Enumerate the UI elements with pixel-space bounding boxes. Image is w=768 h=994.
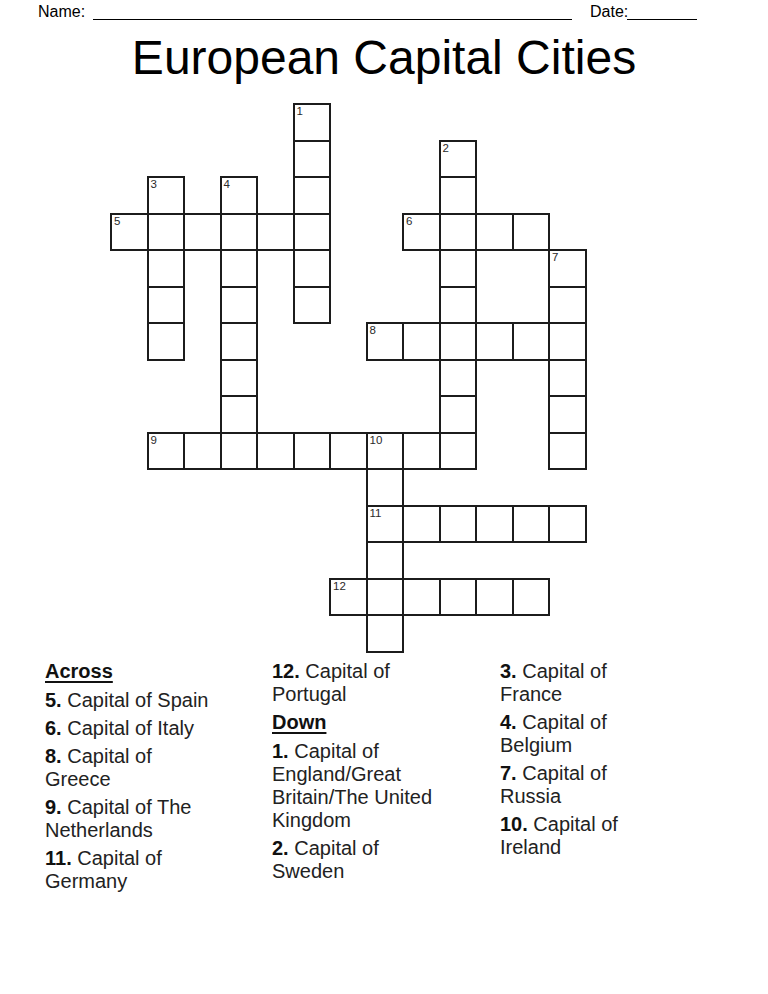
grid-cell-r5-c9[interactable] — [439, 286, 478, 325]
clue-number: 10. — [500, 813, 528, 835]
grid-cell-r3-c11[interactable] — [512, 213, 551, 252]
grid-cell-r11-c7[interactable]: 11 — [366, 505, 405, 544]
grid-cell-r7-c9[interactable] — [439, 359, 478, 398]
clue-2: 2. Capital of Sweden — [272, 837, 436, 883]
grid-cell-r2-c3[interactable]: 4 — [220, 176, 259, 215]
grid-cell-r6-c7[interactable]: 8 — [366, 322, 405, 361]
clue-6: 6. Capital of Italy — [45, 717, 219, 740]
grid-cell-r5-c5[interactable] — [293, 286, 332, 325]
grid-cell-r11-c9[interactable] — [439, 505, 478, 544]
grid-cell-r3-c1[interactable] — [147, 213, 186, 252]
grid-cell-r4-c5[interactable] — [293, 249, 332, 288]
grid-cell-r12-c7[interactable] — [366, 541, 405, 580]
grid-cell-r6-c8[interactable] — [402, 322, 441, 361]
grid-cell-r4-c12[interactable]: 7 — [548, 249, 587, 288]
grid-cell-r6-c10[interactable] — [475, 322, 514, 361]
cell-number-8: 8 — [370, 324, 376, 337]
grid-cell-r8-c3[interactable] — [220, 395, 259, 434]
grid-cell-r6-c1[interactable] — [147, 322, 186, 361]
cell-number-4: 4 — [224, 178, 230, 191]
clue-10: 10. Capital of Ireland — [500, 813, 645, 859]
clue-4: 4. Capital of Belgium — [500, 711, 645, 757]
grid-cell-r13-c8[interactable] — [402, 578, 441, 617]
clue-8: 8. Capital of Greece — [45, 745, 219, 791]
grid-cell-r9-c9[interactable] — [439, 432, 478, 471]
grid-cell-r8-c9[interactable] — [439, 395, 478, 434]
clue-number: 8. — [45, 745, 62, 767]
cell-number-9: 9 — [151, 434, 157, 447]
grid-cell-r3-c0[interactable]: 5 — [110, 213, 149, 252]
puzzle-title: European Capital Cities — [0, 31, 768, 85]
grid-cell-r11-c8[interactable] — [402, 505, 441, 544]
cell-number-2: 2 — [443, 142, 449, 155]
clue-number: 4. — [500, 711, 517, 733]
clue-number: 5. — [45, 689, 62, 711]
clue-number: 6. — [45, 717, 62, 739]
clue-number: 1. — [272, 740, 289, 762]
cell-number-12: 12 — [333, 580, 346, 593]
clue-3: 3. Capital of France — [500, 660, 645, 706]
date-label: Date: — [590, 3, 628, 21]
grid-cell-r3-c5[interactable] — [293, 213, 332, 252]
name-label: Name: — [38, 3, 85, 21]
grid-cell-r2-c1[interactable]: 3 — [147, 176, 186, 215]
grid-cell-r7-c3[interactable] — [220, 359, 259, 398]
grid-cell-r9-c7[interactable]: 10 — [366, 432, 405, 471]
cell-number-11: 11 — [370, 507, 382, 520]
cell-number-10: 10 — [370, 434, 383, 447]
grid-cell-r6-c9[interactable] — [439, 322, 478, 361]
grid-cell-r1-c9[interactable]: 2 — [439, 140, 478, 179]
grid-cell-r9-c12[interactable] — [548, 432, 587, 471]
clue-column-right: 3. Capital of France4. Capital of Belgiu… — [500, 660, 645, 864]
clue-11: 11. Capital of Germany — [45, 847, 219, 893]
grid-cell-r3-c3[interactable] — [220, 213, 259, 252]
grid-cell-r9-c6[interactable] — [329, 432, 368, 471]
clue-number: 11. — [45, 847, 72, 869]
grid-cell-r3-c8[interactable]: 6 — [402, 213, 441, 252]
grid-cell-r9-c1[interactable]: 9 — [147, 432, 186, 471]
cell-number-6: 6 — [406, 215, 412, 228]
cell-number-3: 3 — [151, 178, 157, 191]
grid-cell-r13-c9[interactable] — [439, 578, 478, 617]
name-blank-line[interactable] — [93, 19, 572, 20]
grid-cell-r5-c3[interactable] — [220, 286, 259, 325]
across-heading: Across — [45, 660, 219, 683]
grid-cell-r11-c11[interactable] — [512, 505, 551, 544]
grid-cell-r9-c4[interactable] — [256, 432, 295, 471]
clue-number: 7. — [500, 762, 517, 784]
grid-cell-r6-c3[interactable] — [220, 322, 259, 361]
grid-cell-r9-c2[interactable] — [183, 432, 222, 471]
grid-cell-r2-c5[interactable] — [293, 176, 332, 215]
date-blank-line[interactable] — [627, 19, 697, 20]
grid-cell-r3-c9[interactable] — [439, 213, 478, 252]
clue-number: 2. — [272, 837, 289, 859]
grid-cell-r10-c7[interactable] — [366, 468, 405, 507]
grid-cell-r9-c5[interactable] — [293, 432, 332, 471]
grid-cell-r11-c12[interactable] — [548, 505, 587, 544]
clue-12: 12. Capital of Portugal — [272, 660, 436, 706]
grid-cell-r4-c1[interactable] — [147, 249, 186, 288]
grid-cell-r6-c11[interactable] — [512, 322, 551, 361]
clue-number: 3. — [500, 660, 517, 682]
grid-cell-r8-c12[interactable] — [548, 395, 587, 434]
grid-cell-r7-c12[interactable] — [548, 359, 587, 398]
grid-cell-r1-c5[interactable] — [293, 140, 332, 179]
grid-cell-r13-c11[interactable] — [512, 578, 551, 617]
grid-cell-r5-c1[interactable] — [147, 286, 186, 325]
grid-cell-r13-c7[interactable] — [366, 578, 405, 617]
clue-column-left: Across5. Capital of Spain6. Capital of I… — [45, 660, 219, 898]
cell-number-5: 5 — [114, 215, 120, 228]
clue-9: 9. Capital of The Netherlands — [45, 796, 219, 842]
grid-cell-r14-c7[interactable] — [366, 614, 405, 653]
grid-cell-r4-c9[interactable] — [439, 249, 478, 288]
cell-number-1: 1 — [297, 105, 303, 118]
grid-cell-r13-c10[interactable] — [475, 578, 514, 617]
clue-number: 12. — [272, 660, 300, 682]
grid-cell-r11-c10[interactable] — [475, 505, 514, 544]
grid-cell-r6-c12[interactable] — [548, 322, 587, 361]
clue-column-middle: 12. Capital of PortugalDown1. Capital of… — [272, 660, 436, 888]
grid-cell-r5-c12[interactable] — [548, 286, 587, 325]
clue-1: 1. Capital of England/Great Britain/The … — [272, 740, 436, 832]
clue-7: 7. Capital of Russia — [500, 762, 645, 808]
grid-cell-r3-c10[interactable] — [475, 213, 514, 252]
grid-cell-r3-c4[interactable] — [256, 213, 295, 252]
grid-cell-r13-c6[interactable]: 12 — [329, 578, 368, 617]
grid-cell-r3-c2[interactable] — [183, 213, 222, 252]
grid-cell-r9-c3[interactable] — [220, 432, 259, 471]
clue-number: 9. — [45, 796, 62, 818]
grid-cell-r2-c9[interactable] — [439, 176, 478, 215]
cell-number-7: 7 — [552, 251, 558, 264]
grid-cell-r0-c5[interactable]: 1 — [293, 103, 332, 142]
grid-cell-r9-c8[interactable] — [402, 432, 441, 471]
down-heading: Down — [272, 711, 436, 734]
clue-5: 5. Capital of Spain — [45, 689, 219, 712]
crossword-grid: 123456789101112 — [110, 103, 587, 653]
grid-cell-r4-c3[interactable] — [220, 249, 259, 288]
